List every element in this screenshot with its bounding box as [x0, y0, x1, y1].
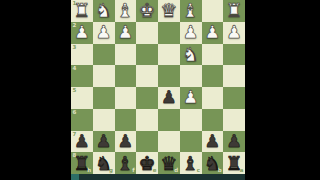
piece-black-bishop-f8[interactable]: ♝ — [117, 153, 134, 172]
square-d4[interactable] — [158, 65, 180, 87]
square-d6[interactable] — [158, 109, 180, 131]
square-d3[interactable] — [158, 44, 180, 66]
square-e8[interactable]: e♚ — [136, 152, 158, 174]
piece-black-pawn-a7[interactable]: ♟ — [226, 132, 242, 150]
piece-black-rook-h8[interactable]: ♜ — [73, 153, 90, 172]
piece-white-pawn-c2[interactable]: ♟ — [183, 23, 199, 41]
piece-black-king-e8[interactable]: ♚ — [139, 153, 156, 172]
bottom-bar — [71, 174, 245, 180]
square-h8[interactable]: 8h♜ — [71, 152, 93, 174]
piece-white-pawn-f2[interactable]: ♟ — [118, 23, 134, 41]
square-b4[interactable] — [202, 65, 224, 87]
video-frame: 1♜♞♝♚♛♝♜2♟♟♟♟♟♟3♞45♟♟67♟♟♟♟♟8h♜g♞f♝e♚d♛c… — [0, 0, 320, 180]
piece-white-pawn-c5[interactable]: ♟ — [183, 89, 199, 107]
square-d8[interactable]: d♛ — [158, 152, 180, 174]
square-f3[interactable] — [115, 44, 137, 66]
piece-white-knight-c3[interactable]: ♞ — [182, 44, 199, 63]
square-d1[interactable]: ♛ — [158, 0, 180, 22]
square-b7[interactable]: ♟ — [202, 131, 224, 153]
square-e6[interactable] — [136, 109, 158, 131]
square-e3[interactable] — [136, 44, 158, 66]
piece-white-bishop-c1[interactable]: ♝ — [182, 1, 199, 20]
piece-white-queen-d1[interactable]: ♛ — [160, 1, 177, 20]
square-b2[interactable]: ♟ — [202, 22, 224, 44]
square-b5[interactable] — [202, 87, 224, 109]
square-a4[interactable] — [223, 65, 245, 87]
rank-label-5: 5 — [73, 88, 77, 94]
square-a2[interactable]: ♟ — [223, 22, 245, 44]
square-a6[interactable] — [223, 109, 245, 131]
square-f5[interactable] — [115, 87, 137, 109]
square-a1[interactable]: ♜ — [223, 0, 245, 22]
square-h2[interactable]: 2♟ — [71, 22, 93, 44]
square-c7[interactable] — [180, 131, 202, 153]
square-a8[interactable]: a♜ — [223, 152, 245, 174]
square-d7[interactable] — [158, 131, 180, 153]
piece-black-pawn-f7[interactable]: ♟ — [118, 132, 134, 150]
square-d5[interactable]: ♟ — [158, 87, 180, 109]
piece-black-pawn-g7[interactable]: ♟ — [96, 132, 112, 150]
piece-white-pawn-b2[interactable]: ♟ — [205, 23, 221, 41]
square-c3[interactable]: ♞ — [180, 44, 202, 66]
square-a3[interactable] — [223, 44, 245, 66]
square-f8[interactable]: f♝ — [115, 152, 137, 174]
bottom-bar-accent — [71, 174, 79, 180]
piece-white-rook-h1[interactable]: ♜ — [73, 1, 90, 20]
left-letterbox-bar — [0, 0, 71, 180]
right-letterbox-bar — [245, 0, 320, 180]
piece-white-pawn-g2[interactable]: ♟ — [96, 23, 112, 41]
square-f6[interactable] — [115, 109, 137, 131]
square-c6[interactable] — [180, 109, 202, 131]
square-h4[interactable]: 4 — [71, 65, 93, 87]
square-a5[interactable] — [223, 87, 245, 109]
piece-black-bishop-c8[interactable]: ♝ — [182, 153, 199, 172]
piece-white-rook-a1[interactable]: ♜ — [226, 1, 243, 20]
square-g8[interactable]: g♞ — [93, 152, 115, 174]
piece-black-queen-d8[interactable]: ♛ — [160, 153, 177, 172]
square-d2[interactable] — [158, 22, 180, 44]
square-c1[interactable]: ♝ — [180, 0, 202, 22]
piece-white-knight-g1[interactable]: ♞ — [95, 1, 112, 20]
square-c5[interactable]: ♟ — [180, 87, 202, 109]
square-e1[interactable]: ♚ — [136, 0, 158, 22]
piece-black-knight-g8[interactable]: ♞ — [95, 153, 112, 172]
square-c4[interactable] — [180, 65, 202, 87]
square-g7[interactable]: ♟ — [93, 131, 115, 153]
square-f1[interactable]: ♝ — [115, 0, 137, 22]
square-h3[interactable]: 3 — [71, 44, 93, 66]
square-f4[interactable] — [115, 65, 137, 87]
square-b8[interactable]: b♞ — [202, 152, 224, 174]
square-e2[interactable] — [136, 22, 158, 44]
square-g4[interactable] — [93, 65, 115, 87]
square-g6[interactable] — [93, 109, 115, 131]
piece-black-pawn-b7[interactable]: ♟ — [205, 132, 221, 150]
chess-board: 1♜♞♝♚♛♝♜2♟♟♟♟♟♟3♞45♟♟67♟♟♟♟♟8h♜g♞f♝e♚d♛c… — [71, 0, 245, 174]
piece-white-bishop-f1[interactable]: ♝ — [117, 1, 134, 20]
square-f2[interactable]: ♟ — [115, 22, 137, 44]
square-g2[interactable]: ♟ — [93, 22, 115, 44]
square-b1[interactable] — [202, 0, 224, 22]
piece-black-knight-b8[interactable]: ♞ — [204, 153, 221, 172]
square-e4[interactable] — [136, 65, 158, 87]
square-c2[interactable]: ♟ — [180, 22, 202, 44]
square-h7[interactable]: 7♟ — [71, 131, 93, 153]
square-e7[interactable] — [136, 131, 158, 153]
square-c8[interactable]: c♝ — [180, 152, 202, 174]
piece-white-pawn-h2[interactable]: ♟ — [74, 23, 90, 41]
square-f7[interactable]: ♟ — [115, 131, 137, 153]
piece-white-king-e1[interactable]: ♚ — [139, 1, 156, 20]
square-g5[interactable] — [93, 87, 115, 109]
square-h5[interactable]: 5 — [71, 87, 93, 109]
piece-white-pawn-a2[interactable]: ♟ — [226, 23, 242, 41]
rank-label-4: 4 — [73, 66, 77, 72]
piece-black-pawn-h7[interactable]: ♟ — [74, 132, 90, 150]
piece-black-pawn-d5[interactable]: ♟ — [161, 89, 177, 107]
square-g3[interactable] — [93, 44, 115, 66]
piece-black-rook-a8[interactable]: ♜ — [226, 153, 243, 172]
square-b6[interactable] — [202, 109, 224, 131]
rank-label-6: 6 — [73, 110, 77, 116]
square-e5[interactable] — [136, 87, 158, 109]
square-g1[interactable]: ♞ — [93, 0, 115, 22]
square-b3[interactable] — [202, 44, 224, 66]
square-h6[interactable]: 6 — [71, 109, 93, 131]
square-h1[interactable]: 1♜ — [71, 0, 93, 22]
square-a7[interactable]: ♟ — [223, 131, 245, 153]
rank-label-3: 3 — [73, 45, 77, 51]
